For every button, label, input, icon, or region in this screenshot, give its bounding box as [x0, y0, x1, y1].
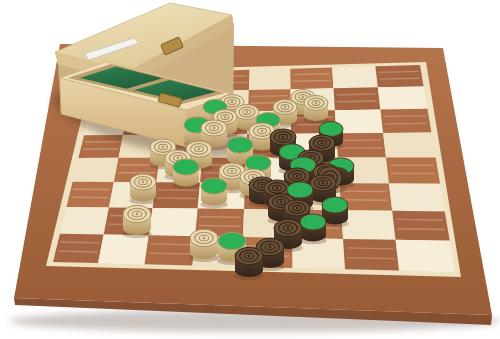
light-square: [149, 208, 198, 236]
dark-square: [386, 157, 440, 183]
wood-grain-streak: [149, 253, 191, 254]
piece-green-felt-top: [173, 159, 199, 175]
piece-green-felt-top: [245, 155, 271, 171]
light-square: [98, 235, 149, 265]
dark-square: [66, 182, 113, 208]
checker-piece-light: [189, 229, 218, 262]
checker-piece-dark: [234, 247, 263, 280]
wood-grain-streak: [397, 229, 444, 230]
checker-piece-light: [129, 174, 156, 204]
light-square: [60, 207, 109, 234]
piece-centre-dot: [224, 116, 227, 119]
piece-centre-dot: [296, 207, 299, 210]
piece-centre-dot: [296, 175, 299, 178]
piece-centre-dot: [177, 157, 180, 160]
piece-centre-dot: [142, 181, 145, 184]
wood-grain-streak: [396, 219, 443, 220]
dark-square: [380, 109, 431, 133]
light-square: [389, 183, 445, 211]
piece-centre-dot: [321, 142, 324, 145]
wood-grain-streak: [293, 74, 330, 75]
piece-green-felt-top: [300, 214, 326, 230]
piece-centre-dot: [302, 96, 305, 99]
dark-square: [53, 234, 104, 263]
wood-grain-streak: [347, 248, 394, 249]
piece-centre-dot: [261, 130, 264, 133]
dark-square: [336, 133, 386, 158]
wood-grain-streak: [200, 217, 241, 218]
piece-green-felt-top: [287, 182, 313, 198]
piece-centre-dot: [261, 184, 264, 187]
piece-centre-dot: [162, 146, 165, 149]
piece-green-felt-top: [218, 232, 246, 249]
checker-piece-light: [172, 159, 199, 189]
light-square: [378, 86, 428, 109]
piece-green-felt-top: [322, 197, 348, 213]
light-square: [396, 240, 455, 272]
dark-square: [290, 67, 333, 89]
wood-grain-streak: [199, 226, 241, 227]
wood-grain-streak: [384, 116, 426, 117]
piece-centre-dot: [322, 182, 325, 185]
wood-grain-streak: [61, 242, 100, 243]
piece-centre-dot: [203, 237, 206, 240]
dark-square: [392, 211, 450, 241]
piece-green-felt-top: [201, 178, 227, 194]
light-square: [383, 133, 435, 158]
piece-centre-dot: [280, 201, 283, 204]
dark-square: [375, 65, 423, 87]
wood-grain-streak: [58, 251, 97, 252]
light-square: [249, 69, 291, 90]
light-square: [332, 66, 378, 88]
checker-piece-light: [122, 205, 151, 238]
wood-grain-streak: [150, 244, 191, 245]
wood-grain-streak: [337, 101, 377, 102]
product-photo: [0, 0, 500, 339]
wood-grain-streak: [380, 78, 420, 79]
piece-centre-dot: [231, 170, 234, 173]
piece-centre-dot: [276, 187, 279, 190]
dark-square: [145, 235, 196, 265]
piece-centre-dot: [315, 102, 318, 105]
piece-centre-dot: [231, 101, 234, 104]
piece-centre-dot: [282, 136, 285, 139]
piece-centre-dot: [269, 246, 272, 249]
checker-piece-light: [200, 178, 227, 208]
piece-green-felt-top: [319, 122, 343, 137]
scene-canvas: [0, 0, 500, 339]
piece-green-felt-top: [227, 137, 253, 153]
light-square: [73, 158, 119, 182]
piece-centre-dot: [284, 106, 287, 109]
checker-piece-light: [303, 96, 328, 124]
piece-centre-dot: [252, 176, 255, 179]
piece-centre-dot: [246, 111, 249, 114]
light-square: [341, 210, 395, 240]
checker-piece-dark: [299, 214, 326, 244]
piece-centre-dot: [213, 127, 216, 130]
dark-square: [343, 239, 399, 271]
wood-grain-streak: [293, 80, 330, 81]
dark-square: [333, 87, 380, 110]
wood-grain-streak: [337, 94, 376, 95]
piece-centre-dot: [198, 148, 201, 151]
piece-centre-dot: [136, 213, 139, 216]
wood-grain-streak: [251, 96, 288, 97]
piece-centre-dot: [248, 255, 251, 258]
piece-centre-dot: [287, 227, 290, 230]
